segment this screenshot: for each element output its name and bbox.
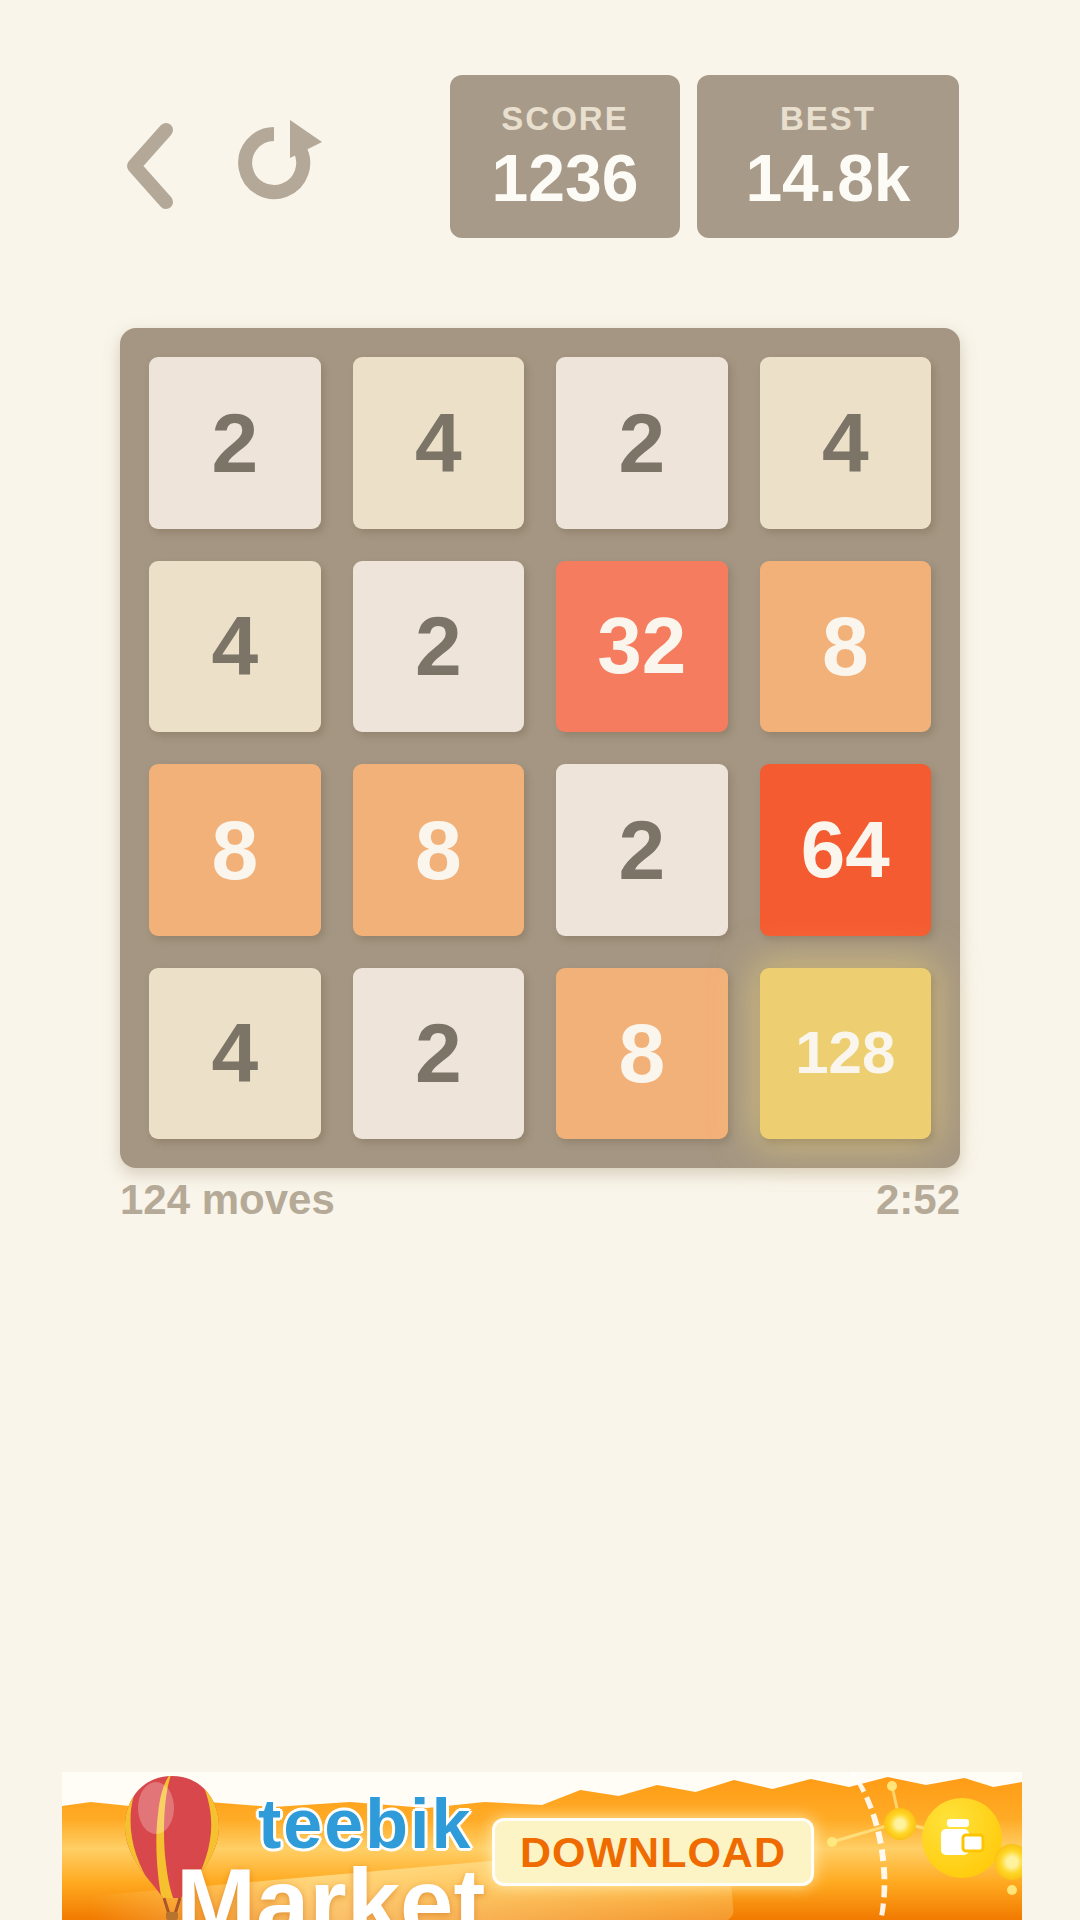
tile-4: 4 xyxy=(353,357,525,529)
tile-2: 2 xyxy=(353,968,525,1140)
tile-2: 2 xyxy=(556,764,728,936)
moves-counter: 124 moves xyxy=(120,1176,335,1224)
status-row: 124 moves 2:52 xyxy=(120,1176,960,1224)
game-board[interactable]: 24244232888264428128 xyxy=(120,328,960,1168)
tile-4: 4 xyxy=(149,968,321,1140)
tile-4: 4 xyxy=(760,357,932,529)
back-button[interactable] xyxy=(122,122,180,210)
shopping-bag-icon xyxy=(939,1817,985,1859)
tile-2: 2 xyxy=(556,357,728,529)
tile-64: 64 xyxy=(760,764,932,936)
tile-32: 32 xyxy=(556,561,728,733)
score-value: 1236 xyxy=(492,145,639,211)
tile-8: 8 xyxy=(556,968,728,1140)
best-value: 14.8k xyxy=(745,145,910,211)
board-grid: 24244232888264428128 xyxy=(120,328,960,1168)
game-timer: 2:52 xyxy=(876,1176,960,1224)
score-label: SCORE xyxy=(501,102,628,135)
ad-brand-market: Market xyxy=(176,1848,485,1920)
tile-8: 8 xyxy=(149,764,321,936)
restart-button[interactable] xyxy=(232,118,324,210)
tile-8: 8 xyxy=(760,561,932,733)
back-chevron-icon xyxy=(134,130,166,202)
tile-2: 2 xyxy=(149,357,321,529)
download-button[interactable]: DOWNLOAD xyxy=(492,1818,814,1886)
best-label: BEST xyxy=(780,102,876,135)
ad-banner[interactable]: teebik Market DOWNLOAD xyxy=(62,1772,1022,1920)
ad-coin-icon xyxy=(994,1844,1022,1880)
ad-coin-icon xyxy=(884,1808,916,1840)
tile-2: 2 xyxy=(353,561,525,733)
tile-4: 4 xyxy=(149,561,321,733)
tile-8: 8 xyxy=(353,764,525,936)
tile-128: 128 xyxy=(760,968,932,1140)
best-box: BEST 14.8k xyxy=(697,75,959,238)
score-box: SCORE 1236 xyxy=(450,75,680,238)
ad-shop-badge xyxy=(922,1798,1002,1878)
